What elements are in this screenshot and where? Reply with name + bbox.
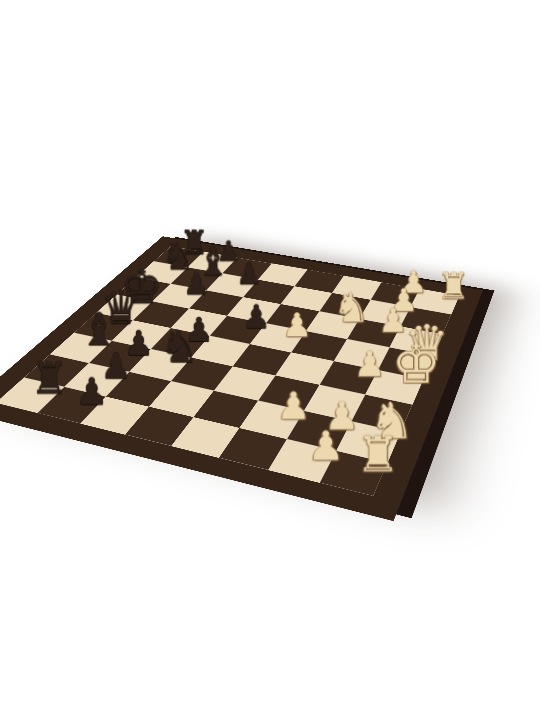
square-h1[interactable]: ♜ <box>411 289 460 314</box>
photo-background: ♜♝♛♚♞♜♟♟♟♟♝♟♞♟♟♟♟♟♞♟♟♟♟♟♟♜♞♚♛♜ <box>0 0 540 720</box>
white-rook-h1[interactable]: ♜ <box>433 268 474 304</box>
chess-board: ♜♝♛♚♞♜♟♟♟♟♝♟♞♟♟♟♟♟♞♟♟♟♟♟♟♜♞♚♛♜ <box>0 246 459 496</box>
